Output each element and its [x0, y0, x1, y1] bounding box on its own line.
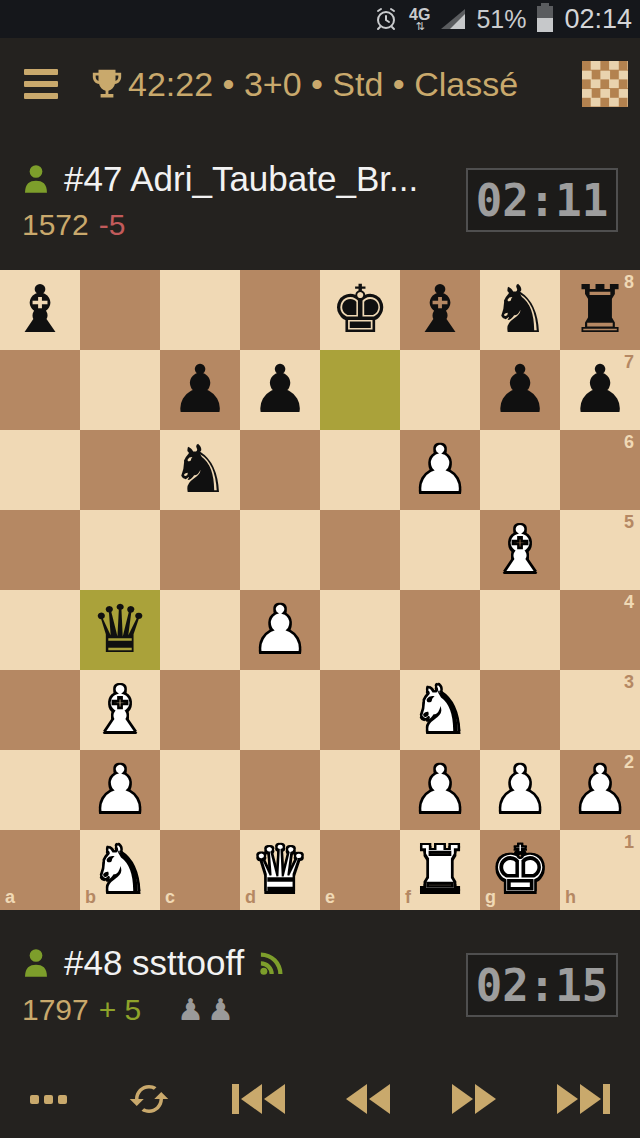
square-b3[interactable]: ♝ — [80, 670, 160, 750]
game-info-title: 42:22 • 3+0 • Std • Classé — [128, 65, 518, 104]
right-triangle-icon — [475, 1084, 496, 1114]
square-e1[interactable] — [320, 830, 400, 910]
square-g7[interactable]: ♟ — [480, 350, 560, 430]
piece-white-pawn: ♟ — [410, 437, 469, 503]
square-d8[interactable] — [240, 270, 320, 350]
bar-icon — [603, 1084, 610, 1114]
right-triangle-icon — [580, 1084, 601, 1114]
status-time: 02:14 — [564, 4, 632, 35]
square-c6[interactable]: ♞ — [160, 430, 240, 510]
square-a4[interactable] — [0, 590, 80, 670]
piece-black-knight: ♞ — [490, 277, 549, 343]
piece-white-knight: ♞ — [410, 677, 469, 743]
square-h4[interactable] — [560, 590, 640, 670]
square-g2[interactable]: ♟ — [480, 750, 560, 830]
square-a7[interactable] — [0, 350, 80, 430]
square-f4[interactable] — [400, 590, 480, 670]
player-bottom: #48 ssttooff 1797 + 5 ♟♟ 02:15 — [0, 910, 640, 1060]
right-triangle-icon — [557, 1084, 578, 1114]
square-f5[interactable] — [400, 510, 480, 590]
left-triangle-icon — [369, 1084, 390, 1114]
square-h8[interactable]: ♜ — [560, 270, 640, 350]
square-f6[interactable]: ♟ — [400, 430, 480, 510]
battery-icon — [537, 6, 553, 32]
square-c1[interactable] — [160, 830, 240, 910]
square-h3[interactable] — [560, 670, 640, 750]
bottom-toolbar — [0, 1060, 640, 1138]
piece-black-knight: ♞ — [170, 437, 229, 503]
step-forward-button[interactable] — [452, 1084, 496, 1114]
square-h1[interactable] — [560, 830, 640, 910]
piece-white-pawn: ♟ — [410, 757, 469, 823]
square-f7[interactable] — [400, 350, 480, 430]
piece-black-king: ♚ — [330, 277, 389, 343]
piece-white-queen: ♛ — [250, 837, 309, 903]
piece-white-king: ♚ — [490, 837, 549, 903]
piece-white-bishop: ♝ — [90, 677, 149, 743]
piece-white-pawn: ♟ — [490, 757, 549, 823]
square-a2[interactable] — [0, 750, 80, 830]
square-c7[interactable]: ♟ — [160, 350, 240, 430]
piece-white-knight: ♞ — [90, 837, 149, 903]
piece-white-pawn: ♟ — [90, 757, 149, 823]
square-a8[interactable]: ♝ — [0, 270, 80, 350]
square-b5[interactable] — [80, 510, 160, 590]
square-a3[interactable] — [0, 670, 80, 750]
piece-black-queen: ♛ — [90, 597, 149, 663]
square-c5[interactable] — [160, 510, 240, 590]
app-bar: 42:22 • 3+0 • Std • Classé — [0, 38, 640, 130]
square-d4[interactable]: ♟ — [240, 590, 320, 670]
square-f2[interactable]: ♟ — [400, 750, 480, 830]
battery-percent: 51% — [476, 5, 526, 34]
square-d1[interactable]: ♛ — [240, 830, 320, 910]
piece-black-pawn: ♟ — [490, 357, 549, 423]
square-e8[interactable]: ♚ — [320, 270, 400, 350]
alarm-icon — [374, 7, 398, 31]
square-d7[interactable]: ♟ — [240, 350, 320, 430]
square-e3[interactable] — [320, 670, 400, 750]
square-h7[interactable]: ♟ — [560, 350, 640, 430]
piece-white-pawn: ♟ — [570, 757, 629, 823]
square-g8[interactable]: ♞ — [480, 270, 560, 350]
user-icon — [22, 948, 50, 978]
captured-pieces: ♟♟ — [177, 992, 237, 1027]
player-top-name[interactable]: #47 Adri_Taubate_Br... — [64, 159, 418, 199]
square-c4[interactable] — [160, 590, 240, 670]
square-b4[interactable]: ♛ — [80, 590, 160, 670]
square-c2[interactable] — [160, 750, 240, 830]
square-e6[interactable] — [320, 430, 400, 510]
bar-icon — [232, 1084, 239, 1114]
piece-black-pawn: ♟ — [250, 357, 309, 423]
square-f8[interactable]: ♝ — [400, 270, 480, 350]
square-e5[interactable] — [320, 510, 400, 590]
square-c8[interactable] — [160, 270, 240, 350]
left-triangle-icon — [264, 1084, 285, 1114]
skip-to-end-button[interactable] — [557, 1084, 610, 1114]
square-g6[interactable] — [480, 430, 560, 510]
mini-board-icon[interactable] — [582, 61, 628, 107]
square-h5[interactable] — [560, 510, 640, 590]
square-d2[interactable] — [240, 750, 320, 830]
skip-to-start-button[interactable] — [232, 1084, 285, 1114]
flip-icon — [128, 1078, 170, 1120]
player-top-clock: 02:11 — [466, 168, 618, 232]
player-bottom-name[interactable]: #48 ssttooff — [64, 943, 244, 983]
right-triangle-icon — [452, 1084, 473, 1114]
piece-black-bishop: ♝ — [410, 277, 469, 343]
square-g4[interactable] — [480, 590, 560, 670]
square-e2[interactable] — [320, 750, 400, 830]
square-c3[interactable] — [160, 670, 240, 750]
square-g1[interactable]: ♚ — [480, 830, 560, 910]
user-icon — [22, 164, 50, 194]
menu-icon[interactable] — [24, 69, 58, 99]
piece-white-rook: ♜ — [410, 837, 469, 903]
square-e7[interactable] — [320, 350, 400, 430]
piece-black-pawn: ♟ — [170, 357, 229, 423]
step-back-button[interactable] — [346, 1084, 390, 1114]
chess-board[interactable]: ♝♚♝♞♜♟♟♟♟♞♟♝♛♟♝♞♟♟♟♟♞♛♜♚87654321abcdefgh — [0, 270, 640, 910]
square-a5[interactable] — [0, 510, 80, 590]
square-h6[interactable] — [560, 430, 640, 510]
square-e4[interactable] — [320, 590, 400, 670]
trophy-icon — [90, 67, 124, 101]
square-d3[interactable] — [240, 670, 320, 750]
piece-black-pawn: ♟ — [570, 357, 629, 423]
square-f3[interactable]: ♞ — [400, 670, 480, 750]
square-a6[interactable] — [0, 430, 80, 510]
player-bottom-clock: 02:15 — [466, 953, 618, 1017]
signal-icon — [441, 9, 465, 29]
square-g3[interactable] — [480, 670, 560, 750]
square-b1[interactable]: ♞ — [80, 830, 160, 910]
square-h2[interactable]: ♟ — [560, 750, 640, 830]
square-f1[interactable]: ♜ — [400, 830, 480, 910]
square-b2[interactable]: ♟ — [80, 750, 160, 830]
status-bar: 4G ⇅ 51% 02:14 — [0, 0, 640, 38]
piece-white-bishop: ♝ — [490, 517, 549, 583]
player-bottom-rating: 1797 — [22, 993, 89, 1027]
left-triangle-icon — [241, 1084, 262, 1114]
piece-black-bishop: ♝ — [10, 277, 69, 343]
player-top-rating: 1572 — [22, 208, 89, 242]
square-d5[interactable] — [240, 510, 320, 590]
square-b8[interactable] — [80, 270, 160, 350]
square-g5[interactable]: ♝ — [480, 510, 560, 590]
player-top-rating-diff: -5 — [99, 208, 126, 242]
piece-white-pawn: ♟ — [250, 597, 309, 663]
square-b7[interactable] — [80, 350, 160, 430]
more-options-button[interactable] — [30, 1095, 67, 1104]
mobile-data-icon: 4G ⇅ — [409, 7, 430, 32]
broadcast-icon — [258, 949, 286, 977]
square-d6[interactable] — [240, 430, 320, 510]
piece-black-rook: ♜ — [570, 277, 629, 343]
flip-board-button[interactable] — [128, 1078, 170, 1120]
left-triangle-icon — [346, 1084, 367, 1114]
square-b6[interactable] — [80, 430, 160, 510]
player-bottom-rating-diff: + 5 — [99, 993, 142, 1027]
player-top: #47 Adri_Taubate_Br... 1572 -5 02:11 — [0, 130, 640, 270]
square-a1[interactable] — [0, 830, 80, 910]
